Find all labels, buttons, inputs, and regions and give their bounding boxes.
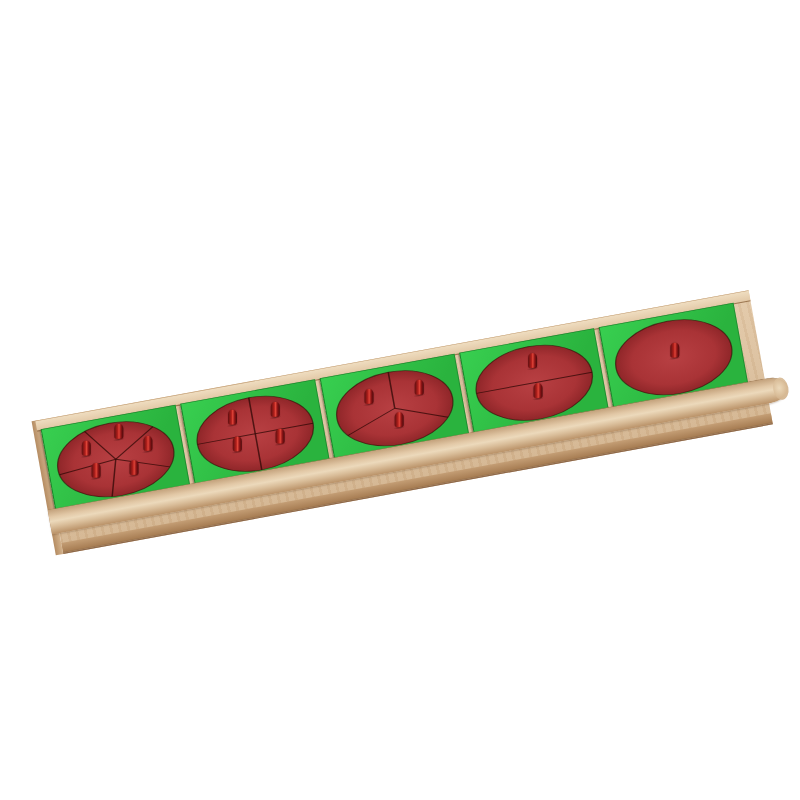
- piece-knob-peg[interactable]: [415, 380, 424, 395]
- piece-knob-peg[interactable]: [130, 460, 139, 475]
- piece-knob-peg[interactable]: [233, 437, 242, 452]
- piece-knob-peg[interactable]: [534, 384, 543, 399]
- piece-knob-peg[interactable]: [528, 353, 537, 368]
- piece-knob-peg[interactable]: [114, 424, 123, 439]
- piece-knob-peg[interactable]: [276, 429, 285, 444]
- fraction-board: [39, 290, 773, 554]
- piece-knob-peg[interactable]: [144, 436, 153, 451]
- piece-knob-peg[interactable]: [92, 463, 101, 478]
- piece-knob-peg[interactable]: [670, 343, 679, 358]
- piece-knob-peg[interactable]: [82, 440, 91, 455]
- piece-knob-peg[interactable]: [271, 402, 280, 417]
- product-photo: [0, 0, 800, 800]
- piece-knob-peg[interactable]: [364, 389, 373, 404]
- piece-knob-peg[interactable]: [395, 412, 404, 427]
- piece-knob-peg[interactable]: [228, 410, 237, 425]
